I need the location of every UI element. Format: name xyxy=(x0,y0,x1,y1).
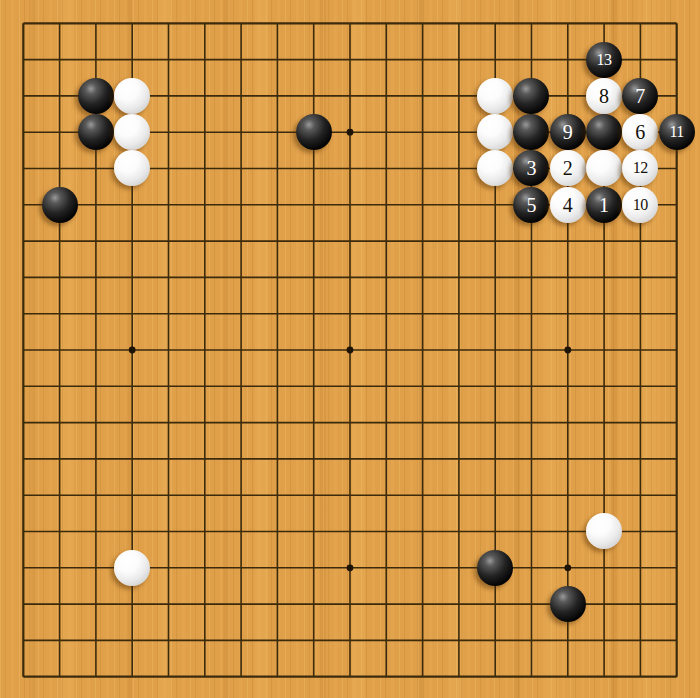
black-stone-move-1: 1 xyxy=(586,187,622,223)
move-number: 5 xyxy=(526,195,536,215)
white-stone-move-10: 10 xyxy=(622,187,658,223)
black-stone xyxy=(513,78,549,114)
black-stone-move-11: 11 xyxy=(659,114,695,150)
white-stone xyxy=(114,150,150,186)
black-stone xyxy=(586,114,622,150)
black-stone-move-5: 5 xyxy=(513,187,549,223)
black-stone-move-9: 9 xyxy=(550,114,586,150)
move-number: 11 xyxy=(669,124,683,140)
black-stone xyxy=(42,187,78,223)
white-stone xyxy=(586,150,622,186)
move-number: 4 xyxy=(563,195,573,215)
move-number: 12 xyxy=(633,160,648,176)
move-number: 10 xyxy=(633,197,648,213)
move-number: 9 xyxy=(563,122,573,142)
move-number: 2 xyxy=(563,158,573,178)
black-stone xyxy=(550,586,586,622)
move-number: 1 xyxy=(599,195,609,215)
go-board[interactable]: 13879611321254110 xyxy=(0,0,700,698)
move-number: 8 xyxy=(599,86,609,106)
black-stone xyxy=(513,114,549,150)
white-stone-move-6: 6 xyxy=(622,114,658,150)
white-stone xyxy=(477,78,513,114)
white-stone xyxy=(114,550,150,586)
move-number: 13 xyxy=(597,52,612,68)
black-stone xyxy=(78,78,114,114)
white-stone xyxy=(114,114,150,150)
move-number: 3 xyxy=(526,158,536,178)
white-stone xyxy=(114,78,150,114)
black-stone xyxy=(296,114,332,150)
move-number: 7 xyxy=(635,86,645,106)
black-stone-move-7: 7 xyxy=(622,78,658,114)
white-stone xyxy=(477,114,513,150)
black-stone xyxy=(78,114,114,150)
white-stone-move-12: 12 xyxy=(622,150,658,186)
black-stone-move-13: 13 xyxy=(586,42,622,78)
white-stone-move-8: 8 xyxy=(586,78,622,114)
move-number: 6 xyxy=(635,122,645,142)
white-stone-move-2: 2 xyxy=(550,150,586,186)
white-stone xyxy=(477,150,513,186)
stones-layer: 13879611321254110 xyxy=(5,5,695,695)
white-stone xyxy=(586,513,622,549)
black-stone-move-3: 3 xyxy=(513,150,549,186)
black-stone xyxy=(477,550,513,586)
white-stone-move-4: 4 xyxy=(550,187,586,223)
